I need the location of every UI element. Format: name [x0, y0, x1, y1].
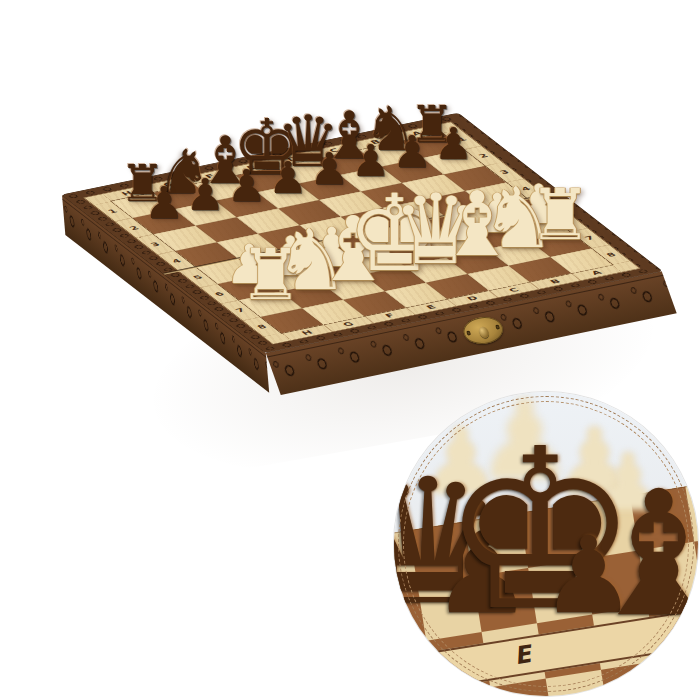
- product-photo-scene: HH11GG22FF33EE44DD55CC66BB77AA88 ♜♞♝♚♛♝♞…: [0, 0, 700, 700]
- closeup-inset-circle: ♟♟♟♟♛♟♚♟♝ E: [394, 392, 698, 696]
- inset-piece-dark-bishop: ♝: [581, 468, 698, 641]
